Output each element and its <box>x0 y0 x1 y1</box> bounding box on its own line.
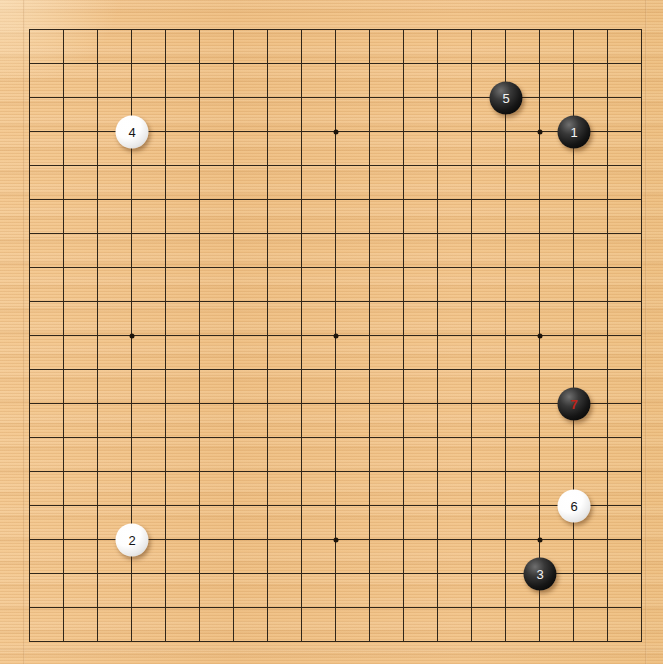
wood-seam <box>0 649 663 651</box>
wood-seam <box>645 0 647 664</box>
star-point <box>334 538 339 543</box>
board-grid[interactable]: 1234567 <box>29 29 642 642</box>
move-number: 3 <box>536 568 543 581</box>
move-number: 1 <box>570 126 577 139</box>
star-point <box>334 130 339 135</box>
stone-d16: 4 <box>116 116 149 149</box>
go-board: 1234567 <box>0 0 663 664</box>
stone-p17: 5 <box>490 82 523 115</box>
move-number: 2 <box>128 534 135 547</box>
star-point <box>334 334 339 339</box>
stone-r5: 6 <box>558 490 591 523</box>
stone-d4: 2 <box>116 524 149 557</box>
move-number: 4 <box>128 126 135 139</box>
stone-r16: 1 <box>558 116 591 149</box>
move-number: 6 <box>570 500 577 513</box>
stone-r8: 7 <box>558 388 591 421</box>
star-point <box>538 130 543 135</box>
star-point <box>130 334 135 339</box>
move-number: 7 <box>570 398 577 411</box>
star-point <box>538 334 543 339</box>
move-number: 5 <box>502 92 509 105</box>
star-point <box>538 538 543 543</box>
stone-q3: 3 <box>524 558 557 591</box>
wood-seam <box>23 0 25 664</box>
